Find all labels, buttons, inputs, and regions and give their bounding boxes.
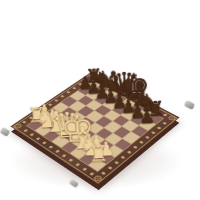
- square-e2: [70, 135, 86, 146]
- square-f5: [105, 122, 121, 133]
- chess-set-photo: ♜♞♟♝♟♛♟♚♟♝♟♞♟♟♜♟♟♜♟♟♞♟♝♟♛♟♚♟♝♟♞♜: [0, 0, 200, 200]
- square-h2: [98, 152, 115, 164]
- square-d3: [70, 123, 86, 134]
- square-b1: [35, 125, 51, 136]
- corner-rosette: [92, 174, 103, 182]
- square-d1: [52, 136, 68, 147]
- corner-rosette: [167, 115, 177, 122]
- square-h7: [139, 120, 155, 131]
- square-f1: [70, 147, 87, 159]
- square-h6: [131, 126, 147, 137]
- square-e3: [79, 129, 95, 140]
- square-f3: [88, 134, 104, 145]
- square-h1: [89, 159, 106, 171]
- square-g2: [88, 146, 105, 158]
- square-f4: [96, 128, 112, 139]
- corner-rosette: [13, 123, 23, 130]
- square-c2: [53, 124, 69, 135]
- square-c1: [44, 130, 60, 141]
- square-e4: [87, 122, 103, 133]
- square-g4: [105, 133, 121, 144]
- square-g5: [114, 127, 130, 138]
- square-g6: [122, 121, 138, 132]
- square-g1: [79, 153, 96, 165]
- hinge-clasp-right-icon: [184, 100, 195, 109]
- square-h3: [106, 145, 123, 157]
- square-e1: [61, 141, 77, 152]
- square-d2: [61, 130, 77, 141]
- square-g3: [97, 140, 113, 151]
- square-f2: [79, 141, 95, 152]
- square-h4: [115, 139, 131, 150]
- square-h5: [123, 132, 139, 143]
